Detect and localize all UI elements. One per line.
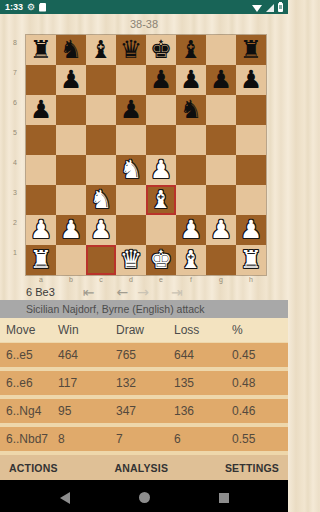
table-row-6..e5[interactable]: 6..e54647656440.45: [0, 343, 288, 367]
square-g7[interactable]: ♟: [206, 65, 236, 95]
file-labels: abcdefgh: [26, 276, 266, 283]
current-move-label: 6 Be3: [26, 286, 55, 298]
black-pawn: ♟: [146, 65, 176, 95]
black-rook: ♜: [236, 35, 266, 65]
white-queen: ♛: [116, 245, 146, 275]
white-knight: ♞: [116, 155, 146, 185]
square-g4[interactable]: [206, 155, 236, 185]
opening-name-banner: Sicilian Najdorf, Byrne (English) attack: [0, 300, 288, 318]
cell-loss: 644: [174, 348, 232, 362]
cell-loss: 136: [174, 404, 232, 418]
square-f5[interactable]: [176, 125, 206, 155]
square-c5[interactable]: [86, 125, 116, 155]
cell-move: 6..e6: [6, 376, 58, 390]
back-button[interactable]: [60, 492, 70, 504]
white-rook: ♜: [236, 245, 266, 275]
black-pawn: ♟: [56, 65, 86, 95]
square-a2[interactable]: ♟: [26, 215, 56, 245]
square-h2[interactable]: ♟: [236, 215, 266, 245]
black-knight: ♞: [56, 35, 86, 65]
black-pawn: ♟: [206, 65, 236, 95]
battery-icon: [278, 3, 283, 12]
col-move: Move: [6, 323, 58, 337]
square-e7[interactable]: ♟: [146, 65, 176, 95]
square-c4[interactable]: [86, 155, 116, 185]
col-loss: Loss: [174, 323, 232, 337]
square-b1[interactable]: [56, 245, 86, 275]
table-row-6..e6[interactable]: 6..e61171321350.48: [0, 371, 288, 395]
square-c7[interactable]: [86, 65, 116, 95]
square-g8[interactable]: [206, 35, 236, 65]
cell-win: 95: [58, 404, 116, 418]
table-header: Move Win Draw Loss %: [0, 318, 288, 342]
col-pct: %: [232, 323, 288, 337]
square-d7[interactable]: [116, 65, 146, 95]
white-king: ♚: [146, 245, 176, 275]
rank-label-3: 3: [0, 185, 22, 215]
square-b4[interactable]: [56, 155, 86, 185]
square-b3[interactable]: [56, 185, 86, 215]
recents-button[interactable]: [219, 493, 229, 503]
rank-label-2: 2: [0, 215, 22, 245]
gear-icon: ⚙: [27, 3, 35, 12]
square-d2[interactable]: [116, 215, 146, 245]
file-label-g: g: [206, 276, 236, 283]
square-a1[interactable]: ♜: [26, 245, 56, 275]
square-d3[interactable]: [116, 185, 146, 215]
signal-icon: [266, 4, 274, 12]
black-pawn: ♟: [116, 95, 146, 125]
cell-loss: 135: [174, 376, 232, 390]
cell-win: 464: [58, 348, 116, 362]
last-move-button[interactable]: ⇥: [171, 285, 183, 299]
file-label-a: a: [26, 276, 56, 283]
square-c1[interactable]: [86, 245, 116, 275]
square-e1[interactable]: ♚: [146, 245, 176, 275]
black-pawn: ♟: [26, 95, 56, 125]
white-pawn: ♟: [236, 215, 266, 245]
rank-label-4: 4: [0, 155, 22, 185]
square-d6[interactable]: ♟: [116, 95, 146, 125]
cell-pct: 0.55: [232, 432, 288, 446]
file-label-f: f: [176, 276, 206, 283]
table-row-6..Ng4[interactable]: 6..Ng4953471360.46: [0, 399, 288, 423]
bottom-button-bar: ACTIONS ANALYSIS SETTINGS: [0, 455, 288, 480]
cell-draw: 347: [116, 404, 174, 418]
square-g2[interactable]: ♟: [206, 215, 236, 245]
square-a6[interactable]: ♟: [26, 95, 56, 125]
square-f7[interactable]: ♟: [176, 65, 206, 95]
square-e3[interactable]: ♝: [146, 185, 176, 215]
square-a4[interactable]: [26, 155, 56, 185]
rank-label-5: 5: [0, 125, 22, 155]
opening-name: Sicilian Najdorf, Byrne (English) attack: [26, 303, 205, 315]
square-d1[interactable]: ♛: [116, 245, 146, 275]
table-rows: 6..e54647656440.456..e61171321350.486..N…: [0, 342, 288, 455]
stats-table: Move Win Draw Loss % 6..e54647656440.456…: [0, 318, 288, 455]
chess-board[interactable]: ♜♞♝♛♚♝♜♟♟♟♟♟♟♟♞♞♟♞♝♟♟♟♟♟♟♜♛♚♝♜: [26, 35, 266, 275]
home-button[interactable]: [139, 492, 150, 503]
white-pawn: ♟: [56, 215, 86, 245]
square-f8[interactable]: ♝: [176, 35, 206, 65]
square-h8[interactable]: ♜: [236, 35, 266, 65]
square-f1[interactable]: ♝: [176, 245, 206, 275]
square-h5[interactable]: [236, 125, 266, 155]
white-pawn: ♟: [86, 215, 116, 245]
analysis-button[interactable]: ANALYSIS: [114, 462, 168, 474]
rank-label-8: 8: [0, 35, 22, 65]
first-move-button[interactable]: ⇤: [83, 285, 95, 299]
square-a8[interactable]: ♜: [26, 35, 56, 65]
black-king: ♚: [146, 35, 176, 65]
board-section: 87654321 ♜♞♝♛♚♝♜♟♟♟♟♟♟♟♞♞♟♞♝♟♟♟♟♟♟♜♛♚♝♜ …: [0, 33, 288, 283]
page-title: 38-38: [0, 14, 288, 33]
square-d4[interactable]: ♞: [116, 155, 146, 185]
sim-icon: [39, 3, 46, 12]
rank-label-1: 1: [0, 245, 22, 275]
wifi-icon: [252, 5, 262, 12]
col-win: Win: [58, 323, 116, 337]
black-bishop: ♝: [86, 35, 116, 65]
move-nav: 6 Be3 ⇤←→⇥: [0, 283, 288, 300]
rank-label-6: 6: [0, 95, 22, 125]
white-pawn: ♟: [176, 215, 206, 245]
square-g5[interactable]: [206, 125, 236, 155]
black-bishop: ♝: [176, 35, 206, 65]
square-d5[interactable]: [116, 125, 146, 155]
cell-draw: 7: [116, 432, 174, 446]
rank-label-7: 7: [0, 65, 22, 95]
square-e5[interactable]: [146, 125, 176, 155]
square-g1[interactable]: [206, 245, 236, 275]
square-c3[interactable]: ♞: [86, 185, 116, 215]
white-pawn: ♟: [26, 215, 56, 245]
square-e2[interactable]: [146, 215, 176, 245]
square-h7[interactable]: ♟: [236, 65, 266, 95]
cell-loss: 6: [174, 432, 232, 446]
prev-move-button[interactable]: ←: [116, 285, 128, 299]
square-f3[interactable]: [176, 185, 206, 215]
white-rook: ♜: [26, 245, 56, 275]
black-queen: ♛: [116, 35, 146, 65]
square-a3[interactable]: [26, 185, 56, 215]
square-c8[interactable]: ♝: [86, 35, 116, 65]
square-c6[interactable]: [86, 95, 116, 125]
square-a7[interactable]: [26, 65, 56, 95]
file-label-d: d: [116, 276, 146, 283]
square-e8[interactable]: ♚: [146, 35, 176, 65]
square-g6[interactable]: [206, 95, 236, 125]
square-g3[interactable]: [206, 185, 236, 215]
square-b2[interactable]: ♟: [56, 215, 86, 245]
square-f6[interactable]: ♞: [176, 95, 206, 125]
actions-button[interactable]: ACTIONS: [9, 462, 58, 474]
square-f2[interactable]: ♟: [176, 215, 206, 245]
square-f4[interactable]: [176, 155, 206, 185]
black-rook: ♜: [26, 35, 56, 65]
settings-button[interactable]: SETTINGS: [225, 462, 279, 474]
white-knight: ♞: [86, 185, 116, 215]
square-e4[interactable]: ♟: [146, 155, 176, 185]
file-label-e: e: [146, 276, 176, 283]
black-knight: ♞: [176, 95, 206, 125]
square-h6[interactable]: [236, 95, 266, 125]
black-pawn: ♟: [176, 65, 206, 95]
file-label-h: h: [236, 276, 266, 283]
nav-arrows: ⇤←→⇥: [83, 285, 183, 299]
cell-move: 6..e5: [6, 348, 58, 362]
square-b7[interactable]: ♟: [56, 65, 86, 95]
cell-pct: 0.46: [232, 404, 288, 418]
cell-win: 117: [58, 376, 116, 390]
square-e6[interactable]: [146, 95, 176, 125]
cell-pct: 0.45: [232, 348, 288, 362]
white-bishop: ♝: [176, 245, 206, 275]
file-label-b: b: [56, 276, 86, 283]
black-pawn: ♟: [236, 65, 266, 95]
square-b8[interactable]: ♞: [56, 35, 86, 65]
clock: 1:33: [5, 2, 23, 12]
square-b5[interactable]: [56, 125, 86, 155]
file-label-c: c: [86, 276, 116, 283]
square-h4[interactable]: [236, 155, 266, 185]
cell-draw: 132: [116, 376, 174, 390]
android-nav-bar: [0, 480, 288, 512]
square-b6[interactable]: [56, 95, 86, 125]
col-draw: Draw: [116, 323, 174, 337]
square-a5[interactable]: [26, 125, 56, 155]
square-c2[interactable]: ♟: [86, 215, 116, 245]
white-bishop: ♝: [146, 185, 176, 215]
table-row-6..Nbd7[interactable]: 6..Nbd78760.55: [0, 427, 288, 451]
cell-win: 8: [58, 432, 116, 446]
next-move-button[interactable]: →: [137, 285, 149, 299]
white-pawn: ♟: [146, 155, 176, 185]
square-d8[interactable]: ♛: [116, 35, 146, 65]
square-h1[interactable]: ♜: [236, 245, 266, 275]
cell-move: 6..Ng4: [6, 404, 58, 418]
rank-labels: 87654321: [0, 35, 22, 275]
white-pawn: ♟: [206, 215, 236, 245]
cell-draw: 765: [116, 348, 174, 362]
cell-pct: 0.48: [232, 376, 288, 390]
square-h3[interactable]: [236, 185, 266, 215]
status-bar: 1:33 ⚙: [0, 0, 288, 14]
cell-move: 6..Nbd7: [6, 432, 58, 446]
